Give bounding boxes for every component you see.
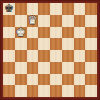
square-d4[interactable] <box>38 50 50 62</box>
board-frame: ♚♛♚ <box>0 0 100 100</box>
square-d8[interactable] <box>38 3 50 15</box>
square-b2[interactable] <box>15 74 27 86</box>
square-c5[interactable] <box>27 38 39 50</box>
square-b1[interactable] <box>15 85 27 97</box>
square-e3[interactable] <box>50 62 62 74</box>
square-g5[interactable] <box>74 38 86 50</box>
square-d2[interactable] <box>38 74 50 86</box>
square-a4[interactable] <box>3 50 15 62</box>
chess-board: ♚♛♚ <box>3 3 97 97</box>
square-b8[interactable] <box>15 3 27 15</box>
square-a2[interactable] <box>3 74 15 86</box>
square-a8[interactable]: ♚ <box>3 3 15 15</box>
square-h2[interactable] <box>85 74 97 86</box>
square-d3[interactable] <box>38 62 50 74</box>
square-g6[interactable] <box>74 27 86 39</box>
square-f1[interactable] <box>62 85 74 97</box>
square-f3[interactable] <box>62 62 74 74</box>
square-c7[interactable]: ♛ <box>27 15 39 27</box>
square-c6[interactable] <box>27 27 39 39</box>
square-d6[interactable] <box>38 27 50 39</box>
square-h8[interactable] <box>85 3 97 15</box>
square-e8[interactable] <box>50 3 62 15</box>
square-d5[interactable] <box>38 38 50 50</box>
square-b4[interactable] <box>15 50 27 62</box>
square-g4[interactable] <box>74 50 86 62</box>
square-h1[interactable] <box>85 85 97 97</box>
square-g7[interactable] <box>74 15 86 27</box>
square-b3[interactable] <box>15 62 27 74</box>
square-e7[interactable] <box>50 15 62 27</box>
square-f7[interactable] <box>62 15 74 27</box>
square-h3[interactable] <box>85 62 97 74</box>
square-d7[interactable] <box>38 15 50 27</box>
square-b6[interactable]: ♚ <box>15 27 27 39</box>
square-h5[interactable] <box>85 38 97 50</box>
square-f2[interactable] <box>62 74 74 86</box>
square-a5[interactable] <box>3 38 15 50</box>
piece-black-king[interactable]: ♚ <box>4 3 14 14</box>
square-g1[interactable] <box>74 85 86 97</box>
square-e5[interactable] <box>50 38 62 50</box>
square-f6[interactable] <box>62 27 74 39</box>
square-c1[interactable] <box>27 85 39 97</box>
square-h7[interactable] <box>85 15 97 27</box>
square-d1[interactable] <box>38 85 50 97</box>
square-g3[interactable] <box>74 62 86 74</box>
square-e1[interactable] <box>50 85 62 97</box>
square-f8[interactable] <box>62 3 74 15</box>
square-c3[interactable] <box>27 62 39 74</box>
square-e6[interactable] <box>50 27 62 39</box>
square-a1[interactable] <box>3 85 15 97</box>
square-a7[interactable] <box>3 15 15 27</box>
square-e2[interactable] <box>50 74 62 86</box>
piece-white-king[interactable]: ♚ <box>16 27 26 38</box>
square-g8[interactable] <box>74 3 86 15</box>
square-f4[interactable] <box>62 50 74 62</box>
square-c4[interactable] <box>27 50 39 62</box>
square-h4[interactable] <box>85 50 97 62</box>
square-e4[interactable] <box>50 50 62 62</box>
square-b5[interactable] <box>15 38 27 50</box>
square-c2[interactable] <box>27 74 39 86</box>
square-b7[interactable] <box>15 15 27 27</box>
piece-white-queen[interactable]: ♛ <box>27 15 37 26</box>
square-g2[interactable] <box>74 74 86 86</box>
square-c8[interactable] <box>27 3 39 15</box>
square-f5[interactable] <box>62 38 74 50</box>
square-a3[interactable] <box>3 62 15 74</box>
square-h6[interactable] <box>85 27 97 39</box>
square-a6[interactable] <box>3 27 15 39</box>
